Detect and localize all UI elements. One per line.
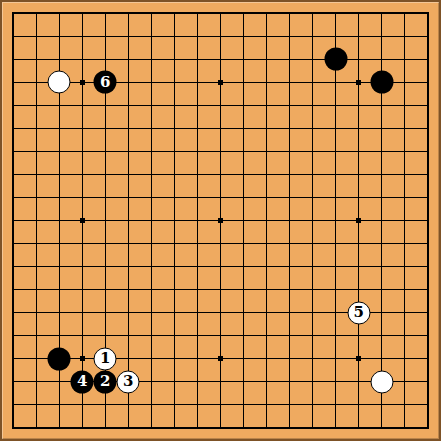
intersection	[48, 393, 71, 416]
intersection	[347, 324, 370, 347]
intersection	[232, 163, 255, 186]
intersection	[324, 48, 347, 71]
intersection	[324, 416, 347, 439]
intersection	[48, 117, 71, 140]
intersection	[117, 140, 140, 163]
star-point-intersection	[209, 347, 232, 370]
intersection	[370, 209, 393, 232]
intersection	[117, 393, 140, 416]
intersection	[25, 393, 48, 416]
intersection	[393, 209, 416, 232]
intersection	[278, 25, 301, 48]
intersection	[2, 163, 25, 186]
intersection	[255, 163, 278, 186]
intersection	[48, 347, 71, 370]
stone-black-C4	[48, 347, 71, 370]
intersection	[370, 71, 393, 94]
intersection	[301, 324, 324, 347]
intersection	[324, 2, 347, 25]
move-number-label: 6	[100, 74, 110, 89]
intersection	[71, 25, 94, 48]
intersection	[2, 140, 25, 163]
intersection	[117, 324, 140, 347]
intersection	[2, 370, 25, 393]
intersection	[163, 393, 186, 416]
intersection	[416, 255, 439, 278]
intersection	[48, 416, 71, 439]
intersection	[2, 232, 25, 255]
intersection	[2, 324, 25, 347]
intersection	[48, 209, 71, 232]
move-number-label: 1	[100, 351, 110, 366]
intersection	[393, 48, 416, 71]
intersection	[255, 347, 278, 370]
intersection	[232, 301, 255, 324]
intersection	[25, 117, 48, 140]
intersection	[347, 25, 370, 48]
intersection	[370, 393, 393, 416]
intersection	[370, 255, 393, 278]
intersection	[301, 209, 324, 232]
intersection	[255, 232, 278, 255]
intersection	[71, 416, 94, 439]
intersection	[140, 2, 163, 25]
intersection	[71, 94, 94, 117]
intersection	[48, 140, 71, 163]
intersection	[370, 370, 393, 393]
intersection	[255, 416, 278, 439]
intersection	[48, 186, 71, 209]
intersection	[163, 347, 186, 370]
intersection	[2, 278, 25, 301]
intersection	[25, 94, 48, 117]
go-grid: 651423	[2, 2, 440, 440]
stone-white-Q6-move-5: 5	[347, 301, 370, 324]
intersection	[370, 117, 393, 140]
intersection	[163, 117, 186, 140]
intersection	[25, 301, 48, 324]
intersection	[140, 301, 163, 324]
intersection	[416, 416, 439, 439]
intersection	[324, 186, 347, 209]
intersection	[209, 25, 232, 48]
intersection	[71, 2, 94, 25]
intersection	[301, 25, 324, 48]
intersection	[324, 209, 347, 232]
intersection	[25, 2, 48, 25]
intersection	[370, 324, 393, 347]
intersection	[25, 209, 48, 232]
intersection	[324, 370, 347, 393]
intersection	[301, 71, 324, 94]
intersection	[2, 25, 25, 48]
intersection	[94, 94, 117, 117]
intersection: 3	[117, 370, 140, 393]
intersection	[278, 209, 301, 232]
intersection	[324, 71, 347, 94]
intersection	[117, 94, 140, 117]
intersection	[255, 117, 278, 140]
intersection	[278, 324, 301, 347]
star-point-intersection	[71, 347, 94, 370]
intersection	[2, 301, 25, 324]
intersection	[209, 94, 232, 117]
intersection	[347, 94, 370, 117]
intersection	[347, 370, 370, 393]
intersection	[71, 140, 94, 163]
intersection	[370, 347, 393, 370]
intersection	[278, 255, 301, 278]
intersection	[393, 232, 416, 255]
intersection	[232, 278, 255, 301]
intersection	[393, 117, 416, 140]
stone-black-R16	[370, 71, 393, 94]
move-number-label: 2	[100, 374, 110, 389]
intersection	[209, 186, 232, 209]
intersection	[370, 301, 393, 324]
intersection	[163, 209, 186, 232]
intersection: 1	[94, 347, 117, 370]
intersection	[163, 324, 186, 347]
intersection	[163, 278, 186, 301]
intersection	[140, 255, 163, 278]
intersection	[347, 186, 370, 209]
intersection	[94, 140, 117, 163]
intersection	[71, 232, 94, 255]
intersection	[186, 209, 209, 232]
intersection	[278, 347, 301, 370]
intersection	[232, 2, 255, 25]
intersection	[25, 278, 48, 301]
intersection	[416, 25, 439, 48]
intersection	[2, 347, 25, 370]
intersection	[117, 209, 140, 232]
intersection	[186, 232, 209, 255]
intersection	[324, 278, 347, 301]
intersection	[186, 117, 209, 140]
intersection	[301, 2, 324, 25]
intersection: 6	[94, 71, 117, 94]
intersection	[140, 232, 163, 255]
intersection	[140, 278, 163, 301]
intersection	[232, 140, 255, 163]
intersection	[140, 324, 163, 347]
intersection	[209, 278, 232, 301]
intersection	[255, 25, 278, 48]
intersection	[140, 370, 163, 393]
intersection	[278, 140, 301, 163]
intersection	[71, 393, 94, 416]
intersection	[71, 163, 94, 186]
intersection	[94, 393, 117, 416]
intersection	[324, 393, 347, 416]
intersection	[48, 278, 71, 301]
intersection	[94, 48, 117, 71]
intersection	[209, 117, 232, 140]
intersection	[370, 163, 393, 186]
intersection	[301, 186, 324, 209]
intersection	[140, 416, 163, 439]
intersection	[324, 117, 347, 140]
intersection	[416, 393, 439, 416]
intersection	[278, 232, 301, 255]
intersection	[186, 416, 209, 439]
intersection	[186, 186, 209, 209]
intersection	[94, 25, 117, 48]
intersection	[393, 140, 416, 163]
intersection	[71, 186, 94, 209]
intersection	[71, 48, 94, 71]
intersection	[209, 2, 232, 25]
intersection	[324, 232, 347, 255]
intersection	[2, 94, 25, 117]
intersection	[94, 209, 117, 232]
intersection	[255, 278, 278, 301]
intersection	[25, 163, 48, 186]
intersection	[186, 163, 209, 186]
intersection	[416, 2, 439, 25]
intersection	[416, 347, 439, 370]
intersection	[393, 324, 416, 347]
intersection	[370, 94, 393, 117]
star-point-intersection	[209, 209, 232, 232]
intersection	[278, 94, 301, 117]
intersection	[232, 25, 255, 48]
intersection	[301, 393, 324, 416]
intersection	[163, 232, 186, 255]
intersection	[393, 416, 416, 439]
intersection	[186, 278, 209, 301]
intersection	[232, 94, 255, 117]
intersection	[278, 370, 301, 393]
intersection	[186, 25, 209, 48]
intersection	[232, 209, 255, 232]
intersection	[232, 416, 255, 439]
intersection	[232, 370, 255, 393]
intersection	[2, 71, 25, 94]
intersection	[48, 232, 71, 255]
move-number-label: 5	[354, 305, 364, 320]
intersection	[186, 140, 209, 163]
stone-white-R3	[370, 370, 393, 393]
intersection	[301, 94, 324, 117]
intersection	[324, 163, 347, 186]
intersection	[324, 25, 347, 48]
intersection	[278, 416, 301, 439]
intersection	[117, 25, 140, 48]
intersection	[324, 94, 347, 117]
intersection	[370, 2, 393, 25]
star-point-intersection	[71, 71, 94, 94]
intersection	[324, 255, 347, 278]
intersection	[163, 301, 186, 324]
intersection	[94, 186, 117, 209]
star-point-intersection	[209, 71, 232, 94]
intersection	[278, 117, 301, 140]
intersection	[255, 2, 278, 25]
intersection	[186, 393, 209, 416]
intersection	[117, 48, 140, 71]
intersection	[393, 370, 416, 393]
intersection	[393, 71, 416, 94]
intersection	[255, 186, 278, 209]
intersection	[416, 163, 439, 186]
intersection	[94, 117, 117, 140]
intersection	[278, 393, 301, 416]
intersection	[2, 117, 25, 140]
intersection	[140, 140, 163, 163]
intersection	[48, 71, 71, 94]
intersection	[117, 416, 140, 439]
intersection	[140, 48, 163, 71]
intersection	[416, 301, 439, 324]
intersection	[255, 71, 278, 94]
intersection	[232, 232, 255, 255]
intersection	[48, 25, 71, 48]
intersection	[393, 94, 416, 117]
intersection	[71, 301, 94, 324]
intersection	[71, 278, 94, 301]
move-number-label: 4	[77, 374, 87, 389]
intersection	[163, 416, 186, 439]
intersection	[2, 416, 25, 439]
intersection	[209, 255, 232, 278]
intersection	[232, 255, 255, 278]
intersection	[117, 255, 140, 278]
intersection	[370, 186, 393, 209]
stone-black-E16-move-6: 6	[94, 71, 117, 94]
intersection	[347, 163, 370, 186]
intersection	[209, 301, 232, 324]
intersection	[301, 232, 324, 255]
intersection	[25, 186, 48, 209]
intersection	[416, 370, 439, 393]
intersection: 2	[94, 370, 117, 393]
intersection	[416, 324, 439, 347]
intersection	[48, 2, 71, 25]
intersection	[163, 94, 186, 117]
intersection	[232, 347, 255, 370]
intersection	[209, 163, 232, 186]
intersection	[140, 393, 163, 416]
intersection	[2, 209, 25, 232]
intersection	[71, 324, 94, 347]
intersection	[48, 301, 71, 324]
move-number-label: 3	[123, 374, 133, 389]
intersection	[25, 370, 48, 393]
intersection	[163, 2, 186, 25]
intersection	[117, 163, 140, 186]
intersection	[255, 48, 278, 71]
stone-black-D3-move-4: 4	[71, 370, 94, 393]
intersection	[48, 370, 71, 393]
intersection	[186, 2, 209, 25]
intersection	[232, 324, 255, 347]
intersection	[186, 48, 209, 71]
stone-white-C16	[48, 71, 71, 94]
intersection	[347, 255, 370, 278]
star-point-intersection	[347, 209, 370, 232]
intersection	[278, 301, 301, 324]
intersection	[94, 2, 117, 25]
intersection	[278, 163, 301, 186]
intersection	[48, 48, 71, 71]
intersection	[232, 393, 255, 416]
star-point-intersection	[347, 347, 370, 370]
intersection	[140, 94, 163, 117]
intersection	[94, 232, 117, 255]
intersection	[324, 347, 347, 370]
intersection	[94, 324, 117, 347]
intersection	[25, 140, 48, 163]
intersection	[2, 2, 25, 25]
intersection	[2, 393, 25, 416]
intersection	[255, 255, 278, 278]
intersection	[25, 416, 48, 439]
intersection	[25, 25, 48, 48]
intersection	[94, 416, 117, 439]
intersection	[393, 278, 416, 301]
intersection	[2, 255, 25, 278]
intersection	[209, 416, 232, 439]
intersection	[370, 48, 393, 71]
intersection	[209, 48, 232, 71]
intersection: 5	[347, 301, 370, 324]
intersection	[117, 301, 140, 324]
intersection	[232, 117, 255, 140]
intersection	[416, 117, 439, 140]
intersection	[393, 25, 416, 48]
intersection	[278, 48, 301, 71]
intersection	[416, 94, 439, 117]
intersection	[301, 278, 324, 301]
intersection	[163, 163, 186, 186]
intersection	[255, 140, 278, 163]
intersection	[278, 186, 301, 209]
intersection	[140, 186, 163, 209]
intersection	[301, 255, 324, 278]
intersection	[140, 163, 163, 186]
intersection	[232, 71, 255, 94]
intersection	[416, 278, 439, 301]
intersection	[94, 278, 117, 301]
intersection	[370, 140, 393, 163]
intersection	[94, 163, 117, 186]
intersection	[416, 140, 439, 163]
stone-black-E3-move-2: 2	[94, 370, 117, 393]
intersection	[370, 416, 393, 439]
intersection	[232, 48, 255, 71]
intersection	[255, 209, 278, 232]
intersection	[186, 71, 209, 94]
intersection	[416, 209, 439, 232]
intersection	[186, 347, 209, 370]
intersection	[2, 48, 25, 71]
intersection	[255, 301, 278, 324]
intersection	[94, 255, 117, 278]
intersection	[301, 48, 324, 71]
intersection	[140, 25, 163, 48]
intersection	[117, 71, 140, 94]
intersection	[25, 347, 48, 370]
intersection	[301, 416, 324, 439]
intersection	[209, 370, 232, 393]
intersection	[278, 71, 301, 94]
intersection	[255, 324, 278, 347]
intersection	[25, 71, 48, 94]
intersection	[301, 117, 324, 140]
stone-white-F3-move-3: 3	[117, 370, 140, 393]
